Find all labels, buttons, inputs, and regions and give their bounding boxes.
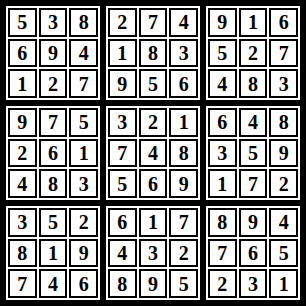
cell-r6c7[interactable]: 1 [208,169,237,198]
cell-r9c9[interactable]: 1 [269,269,298,298]
cell-r4c3[interactable]: 5 [69,108,98,137]
cell-r2c1[interactable]: 6 [8,39,37,68]
cell-r4c9[interactable]: 8 [269,108,298,137]
cell-r5c1[interactable]: 2 [8,139,37,168]
cell-r7c8[interactable]: 9 [239,208,268,237]
cell-r1c6[interactable]: 4 [169,8,198,37]
box-r1c1: 538694127 [6,6,100,100]
cell-r9c1[interactable]: 7 [8,269,37,298]
cell-r5c6[interactable]: 8 [169,139,198,168]
cell-r3c7[interactable]: 4 [208,69,237,98]
cell-r3c3[interactable]: 7 [69,69,98,98]
cell-r4c6[interactable]: 1 [169,108,198,137]
cell-r4c1[interactable]: 9 [8,108,37,137]
cell-r8c4[interactable]: 4 [108,239,137,268]
cell-r5c7[interactable]: 3 [208,139,237,168]
cell-r6c9[interactable]: 2 [269,169,298,198]
cell-r7c9[interactable]: 4 [269,208,298,237]
cell-r1c5[interactable]: 7 [139,8,168,37]
cell-r6c5[interactable]: 6 [139,169,168,198]
cell-r3c8[interactable]: 8 [239,69,268,98]
cell-r9c2[interactable]: 4 [39,269,68,298]
cell-r6c3[interactable]: 3 [69,169,98,198]
cell-r4c2[interactable]: 7 [39,108,68,137]
cell-r9c7[interactable]: 2 [208,269,237,298]
cell-r9c4[interactable]: 8 [108,269,137,298]
box-r1c3: 916527483 [206,6,300,100]
cell-r8c6[interactable]: 2 [169,239,198,268]
cell-r1c2[interactable]: 3 [39,8,68,37]
cell-r5c3[interactable]: 1 [69,139,98,168]
cell-r7c6[interactable]: 7 [169,208,198,237]
cell-r2c3[interactable]: 4 [69,39,98,68]
box-r3c1: 352819746 [6,206,100,300]
cell-r7c7[interactable]: 8 [208,208,237,237]
cell-r6c6[interactable]: 9 [169,169,198,198]
cell-r1c3[interactable]: 8 [69,8,98,37]
cell-r6c1[interactable]: 4 [8,169,37,198]
cell-r1c1[interactable]: 5 [8,8,37,37]
cell-r4c5[interactable]: 2 [139,108,168,137]
cell-r7c2[interactable]: 5 [39,208,68,237]
cell-r3c4[interactable]: 9 [108,69,137,98]
cell-r8c9[interactable]: 5 [269,239,298,268]
box-r2c2: 321748569 [106,106,200,200]
cell-r6c2[interactable]: 8 [39,169,68,198]
cell-r3c5[interactable]: 5 [139,69,168,98]
cell-r9c3[interactable]: 6 [69,269,98,298]
box-r1c2: 274183956 [106,6,200,100]
cell-r8c1[interactable]: 8 [8,239,37,268]
cell-r8c7[interactable]: 7 [208,239,237,268]
cell-r9c5[interactable]: 9 [139,269,168,298]
cell-r7c1[interactable]: 3 [8,208,37,237]
cell-r3c2[interactable]: 2 [39,69,68,98]
cell-r6c8[interactable]: 7 [239,169,268,198]
box-r2c3: 648359172 [206,106,300,200]
cell-r2c4[interactable]: 1 [108,39,137,68]
cell-r4c8[interactable]: 4 [239,108,268,137]
cell-r1c8[interactable]: 1 [239,8,268,37]
cell-r7c3[interactable]: 2 [69,208,98,237]
sudoku-board: 5386941272741839569165274839752614833217… [0,0,306,306]
cell-r1c7[interactable]: 9 [208,8,237,37]
cell-r2c5[interactable]: 8 [139,39,168,68]
cell-r9c6[interactable]: 5 [169,269,198,298]
cell-r8c8[interactable]: 6 [239,239,268,268]
cell-r2c8[interactable]: 2 [239,39,268,68]
cell-r5c8[interactable]: 5 [239,139,268,168]
cell-r2c6[interactable]: 3 [169,39,198,68]
cell-r5c5[interactable]: 4 [139,139,168,168]
box-r2c1: 975261483 [6,106,100,200]
box-r3c3: 894765231 [206,206,300,300]
cell-r2c2[interactable]: 9 [39,39,68,68]
cell-r9c8[interactable]: 3 [239,269,268,298]
cell-r3c6[interactable]: 6 [169,69,198,98]
cell-r4c4[interactable]: 3 [108,108,137,137]
box-r3c2: 617432895 [106,206,200,300]
cell-r1c4[interactable]: 2 [108,8,137,37]
cell-r3c9[interactable]: 3 [269,69,298,98]
cell-r2c9[interactable]: 7 [269,39,298,68]
cell-r7c5[interactable]: 1 [139,208,168,237]
cell-r8c5[interactable]: 3 [139,239,168,268]
cell-r8c3[interactable]: 9 [69,239,98,268]
cell-r5c9[interactable]: 9 [269,139,298,168]
cell-r8c2[interactable]: 1 [39,239,68,268]
cell-r3c1[interactable]: 1 [8,69,37,98]
cell-r7c4[interactable]: 6 [108,208,137,237]
cell-r5c4[interactable]: 7 [108,139,137,168]
cell-r1c9[interactable]: 6 [269,8,298,37]
cell-r5c2[interactable]: 6 [39,139,68,168]
cell-r4c7[interactable]: 6 [208,108,237,137]
cell-r2c7[interactable]: 5 [208,39,237,68]
cell-r6c4[interactable]: 5 [108,169,137,198]
